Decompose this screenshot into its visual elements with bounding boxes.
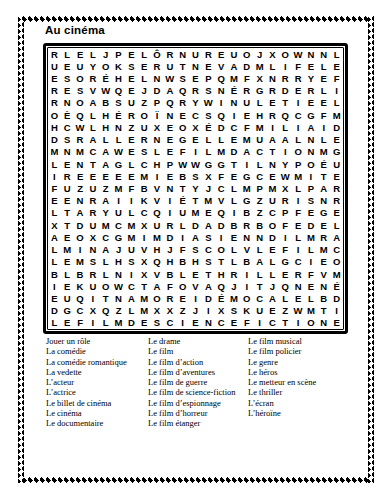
grid-cell: S: [228, 305, 241, 317]
grid-cell: E: [317, 97, 330, 109]
grid-cell: A: [202, 280, 215, 292]
grid-cell: X: [138, 256, 151, 268]
grid-cell: W: [189, 158, 202, 170]
grid-cell: N: [317, 280, 330, 292]
grid-cell: M: [61, 243, 74, 255]
grid-cell: T: [138, 280, 151, 292]
grid-cell: R: [240, 219, 253, 231]
grid-cell: T: [189, 195, 202, 207]
grid-cell: O: [240, 292, 253, 304]
grid-cell: M: [305, 305, 318, 317]
decorative-border-top: [18, 16, 374, 22]
grid-cell: U: [189, 48, 202, 60]
grid-cell: X: [189, 121, 202, 133]
word-item: Le film: [148, 346, 236, 356]
grid-cell: F: [305, 268, 318, 280]
grid-cell: C: [112, 219, 125, 231]
grid-cell: Q: [112, 85, 125, 97]
grid-cell: T: [317, 305, 330, 317]
grid-cell: R: [86, 72, 99, 84]
grid-cell: O: [176, 121, 189, 133]
grid-cell: Q: [215, 109, 228, 121]
grid-cell: É: [330, 280, 343, 292]
grid-cell: L: [48, 317, 61, 329]
grid-cell: J: [253, 48, 266, 60]
grid-cell: I: [279, 146, 292, 158]
grid-cell: G: [240, 170, 253, 182]
grid-cell: E: [330, 134, 343, 146]
grid-cell: S: [189, 170, 202, 182]
grid-cell: G: [317, 207, 330, 219]
grid-cell: E: [266, 243, 279, 255]
grid-cell: V: [86, 85, 99, 97]
grid-cell: D: [330, 121, 343, 133]
grid-cell: C: [138, 207, 151, 219]
grid-cell: N: [189, 60, 202, 72]
grid-cell: Q: [215, 280, 228, 292]
grid-cell: M: [138, 292, 151, 304]
grid-cell: R: [292, 72, 305, 84]
grid-cell: E: [48, 292, 61, 304]
grid-cell: D: [202, 292, 215, 304]
grid-cell: D: [266, 231, 279, 243]
grid-cell: I: [215, 97, 228, 109]
grid-cell: E: [163, 170, 176, 182]
grid-cell: L: [330, 48, 343, 60]
grid-cell: C: [61, 121, 74, 133]
grid-cell: H: [99, 109, 112, 121]
grid-cell: R: [86, 268, 99, 280]
grid-cell: L: [305, 292, 318, 304]
grid-cell: I: [215, 231, 228, 243]
grid-cell: E: [189, 268, 202, 280]
grid-cell: G: [112, 231, 125, 243]
grid-cell: N: [61, 146, 74, 158]
grid-cell: E: [138, 317, 151, 329]
grid-cell: I: [330, 85, 343, 97]
grid-cell: Z: [74, 182, 87, 194]
grid-cell: W: [279, 170, 292, 182]
grid-cell: A: [99, 146, 112, 158]
grid-cell: L: [228, 195, 241, 207]
grid-cell: E: [176, 292, 189, 304]
grid-cell: D: [215, 219, 228, 231]
grid-cell: Z: [279, 305, 292, 317]
grid-cell: B: [253, 219, 266, 231]
grid-cell: G: [253, 85, 266, 97]
grid-cell: L: [176, 219, 189, 231]
grid-cell: S: [202, 109, 215, 121]
grid-cell: N: [305, 48, 318, 60]
grid-cell: B: [99, 97, 112, 109]
grid-cell: L: [202, 146, 215, 158]
grid-cell: I: [189, 146, 202, 158]
word-item: Le cinéma: [46, 408, 127, 418]
word-item: Le film musical: [248, 336, 316, 346]
grid-cell: Y: [86, 60, 99, 72]
grid-cell: R: [330, 182, 343, 194]
grid-cell: I: [292, 243, 305, 255]
grid-cell: X: [202, 170, 215, 182]
grid-cell: F: [240, 317, 253, 329]
grid-cell: I: [279, 231, 292, 243]
grid-cell: L: [253, 268, 266, 280]
grid-cell: A: [48, 231, 61, 243]
grid-cell: A: [151, 280, 164, 292]
grid-cell: A: [240, 146, 253, 158]
grid-cell: C: [215, 317, 228, 329]
grid-cell: K: [240, 305, 253, 317]
grid-cell: O: [215, 243, 228, 255]
grid-cell: W: [112, 280, 125, 292]
grid-cell: N: [292, 280, 305, 292]
grid-cell: F: [317, 109, 330, 121]
grid-cell: L: [228, 256, 241, 268]
grid-cell: E: [138, 60, 151, 72]
grid-cell: S: [151, 317, 164, 329]
grid-cell: M: [99, 219, 112, 231]
word-item: La comédie romantique: [46, 357, 127, 367]
grid-cell: R: [266, 109, 279, 121]
grid-cell: L: [279, 121, 292, 133]
grid-cell: L: [61, 268, 74, 280]
grid-cell: I: [266, 121, 279, 133]
grid-cell: A: [99, 243, 112, 255]
grid-cell: V: [240, 243, 253, 255]
grid-cell: I: [163, 195, 176, 207]
grid-cell: U: [240, 97, 253, 109]
grid-cell: C: [215, 182, 228, 194]
grid-cell: A: [305, 121, 318, 133]
grid-cell: F: [240, 121, 253, 133]
grid-cell: U: [61, 292, 74, 304]
grid-cell: G: [240, 195, 253, 207]
grid-cell: N: [112, 292, 125, 304]
grid-cell: Q: [279, 109, 292, 121]
grid-cell: I: [240, 280, 253, 292]
grid-cell: E: [317, 219, 330, 231]
grid-cell: E: [48, 195, 61, 207]
grid-cell: P: [163, 158, 176, 170]
grid-cell: R: [279, 195, 292, 207]
grid-cell: R: [176, 97, 189, 109]
grid-cell: L: [317, 60, 330, 72]
word-list-column-3: Le film musicalLe film policierLe genreL…: [248, 336, 316, 418]
grid-cell: E: [125, 146, 138, 158]
grid-cell: N: [61, 97, 74, 109]
grid-cell: R: [228, 268, 241, 280]
grid-cell: R: [125, 109, 138, 121]
grid-cell: X: [279, 182, 292, 194]
grid-cell: Z: [112, 305, 125, 317]
grid-cell: L: [176, 268, 189, 280]
grid-cell: Z: [99, 182, 112, 194]
grid-cell: F: [163, 280, 176, 292]
grid-cell: C: [253, 146, 266, 158]
grid-cell: P: [292, 158, 305, 170]
grid-cell: N: [163, 109, 176, 121]
grid-cell: L: [253, 97, 266, 109]
grid-cell: E: [61, 85, 74, 97]
grid-cell: B: [138, 182, 151, 194]
grid-cell: O: [240, 48, 253, 60]
grid-cell: Z: [138, 97, 151, 109]
grid-cell: O: [74, 72, 87, 84]
grid-cell: B: [240, 256, 253, 268]
grid-cell: L: [48, 158, 61, 170]
grid-cell: P: [112, 48, 125, 60]
grid-cell: H: [151, 243, 164, 255]
grid-cell: Q: [163, 97, 176, 109]
grid-cell: M: [112, 317, 125, 329]
grid-cell: U: [125, 243, 138, 255]
grid-cell: L: [279, 292, 292, 304]
grid-cell: E: [61, 280, 74, 292]
grid-cell: C: [330, 243, 343, 255]
grid-cell: F: [74, 317, 87, 329]
grid-cell: D: [228, 146, 241, 158]
grid-cell: F: [279, 219, 292, 231]
grid-cell: E: [125, 48, 138, 60]
grid-cell: É: [228, 85, 241, 97]
grid-cell: Z: [125, 121, 138, 133]
grid-cell: Q: [151, 207, 164, 219]
grid-cell: M: [74, 146, 87, 158]
grid-cell: M: [48, 146, 61, 158]
grid-cell: W: [292, 48, 305, 60]
grid-cell: È: [61, 109, 74, 121]
word-item: Jouer un rôle: [46, 336, 127, 346]
grid-cell: U: [228, 48, 241, 60]
grid-cell: X: [48, 219, 61, 231]
grid-cell: E: [228, 317, 241, 329]
word-item: Le film de science-fiction: [148, 387, 236, 397]
grid-cell: Q: [151, 256, 164, 268]
grid-cell: I: [48, 280, 61, 292]
grid-cell: E: [163, 134, 176, 146]
grid-cell: A: [163, 85, 176, 97]
grid-cell: A: [86, 134, 99, 146]
grid-cell: B: [163, 268, 176, 280]
grid-cell: L: [317, 85, 330, 97]
grid-cell: E: [305, 97, 318, 109]
grid-cell: N: [317, 195, 330, 207]
grid-cell: L: [292, 134, 305, 146]
grid-cell: F: [215, 170, 228, 182]
word-item: L’acteur: [46, 377, 127, 387]
grid-cell: V: [138, 243, 151, 255]
grid-cell: H: [163, 256, 176, 268]
grid-cell: M: [253, 60, 266, 72]
grid-cell: E: [125, 170, 138, 182]
grid-cell: L: [266, 268, 279, 280]
word-search-grid-inner-border: RLELJPELÔRNUREUOJXOWNNLUEUYOKSERUTNEVADM…: [47, 47, 344, 330]
grid-cell: O: [99, 60, 112, 72]
grid-cell: D: [151, 85, 164, 97]
grid-cell: S: [189, 243, 202, 255]
grid-cell: S: [112, 97, 125, 109]
grid-cell: R: [74, 134, 87, 146]
grid-cell: A: [266, 134, 279, 146]
word-item: Le film d’action: [148, 357, 236, 367]
grid-cell: Z: [253, 195, 266, 207]
grid-cell: R: [86, 207, 99, 219]
grid-cell: I: [317, 121, 330, 133]
word-item: Le film de guerre: [148, 377, 236, 387]
grid-cell: L: [292, 182, 305, 194]
grid-cell: G: [215, 158, 228, 170]
grid-cell: M: [330, 109, 343, 121]
grid-cell: E: [330, 207, 343, 219]
grid-cell: S: [125, 60, 138, 72]
grid-cell: E: [125, 72, 138, 84]
grid-cell: O: [151, 292, 164, 304]
grid-cell: W: [292, 305, 305, 317]
grid-cell: E: [61, 317, 74, 329]
grid-cell: R: [266, 85, 279, 97]
grid-cell: D: [189, 219, 202, 231]
grid-cell: D: [48, 305, 61, 317]
grid-cell: T: [253, 280, 266, 292]
grid-cell: S: [305, 195, 318, 207]
grid-cell: J: [266, 280, 279, 292]
grid-cell: D: [279, 85, 292, 97]
grid-cell: L: [61, 48, 74, 60]
grid-cell: N: [215, 85, 228, 97]
grid-cell: L: [215, 134, 228, 146]
grid-cell: Y: [305, 72, 318, 84]
grid-cell: Q: [74, 292, 87, 304]
grid-cell: M: [125, 219, 138, 231]
grid-cell: R: [86, 195, 99, 207]
grid-cell: Q: [279, 280, 292, 292]
grid-cell: P: [253, 182, 266, 194]
grid-cell: R: [305, 85, 318, 97]
grid-cell: M: [253, 121, 266, 133]
grid-cell: U: [86, 219, 99, 231]
grid-cell: E: [176, 109, 189, 121]
grid-cell: F: [240, 72, 253, 84]
grid-cell: N: [163, 182, 176, 194]
word-item: Le film d’aventures: [148, 367, 236, 377]
grid-cell: E: [202, 207, 215, 219]
grid-cell: G: [61, 305, 74, 317]
grid-cell: L: [228, 243, 241, 255]
grid-cell: I: [163, 207, 176, 219]
grid-cell: L: [253, 158, 266, 170]
grid-cell: H: [48, 121, 61, 133]
grid-cell: B: [176, 170, 189, 182]
grid-cell: F: [176, 243, 189, 255]
grid-cell: E: [163, 121, 176, 133]
grid-cell: T: [61, 219, 74, 231]
grid-cell: S: [138, 146, 151, 158]
grid-cell: N: [253, 231, 266, 243]
grid-cell: X: [163, 305, 176, 317]
grid-cell: O: [99, 280, 112, 292]
grid-cell: G: [202, 158, 215, 170]
grid-cell: K: [138, 195, 151, 207]
word-item: Le film d’espionnage: [148, 398, 236, 408]
grid-cell: H: [112, 256, 125, 268]
grid-cell: D: [215, 121, 228, 133]
grid-cell: A: [99, 158, 112, 170]
grid-cell: Y: [279, 158, 292, 170]
grid-cell: U: [74, 60, 87, 72]
grid-cell: L: [125, 207, 138, 219]
grid-cell: M: [292, 170, 305, 182]
grid-cell: S: [202, 256, 215, 268]
grid-cell: C: [292, 109, 305, 121]
grid-cell: N: [228, 97, 241, 109]
grid-cell: J: [202, 182, 215, 194]
grid-cell: C: [253, 170, 266, 182]
grid-cell: I: [74, 243, 87, 255]
grid-cell: C: [163, 317, 176, 329]
grid-cell: T: [99, 292, 112, 304]
grid-cell: E: [266, 97, 279, 109]
grid-cell: G: [279, 256, 292, 268]
grid-cell: R: [163, 292, 176, 304]
grid-cell: A: [74, 207, 87, 219]
page-title: Au cinéma: [45, 24, 105, 36]
grid-cell: L: [99, 268, 112, 280]
grid-cell: C: [125, 280, 138, 292]
grid-cell: N: [266, 72, 279, 84]
grid-cell: U: [330, 158, 343, 170]
grid-cell: D: [48, 134, 61, 146]
grid-cell: U: [176, 207, 189, 219]
grid-cell: N: [112, 268, 125, 280]
decorative-border-right: [368, 16, 374, 483]
grid-cell: L: [125, 305, 138, 317]
grid-cell: G: [112, 158, 125, 170]
grid-cell: N: [112, 121, 125, 133]
grid-cell: U: [253, 134, 266, 146]
grid-cell: A: [317, 182, 330, 194]
grid-cell: F: [125, 182, 138, 194]
grid-cell: N: [305, 134, 318, 146]
grid-cell: X: [151, 305, 164, 317]
grid-cell: R: [138, 134, 151, 146]
grid-cell: Y: [99, 207, 112, 219]
grid-cell: S: [61, 72, 74, 84]
grid-cell: X: [266, 48, 279, 60]
grid-cell: T: [176, 60, 189, 72]
grid-cell: E: [305, 280, 318, 292]
grid-cell: É: [176, 195, 189, 207]
grid-cell: F: [176, 146, 189, 158]
grid-cell: L: [292, 231, 305, 243]
grid-cell: C: [189, 109, 202, 121]
grid-cell: Q: [176, 85, 189, 97]
grid-cell: U: [86, 280, 99, 292]
grid-cell: E: [266, 170, 279, 182]
grid-cell: I: [253, 317, 266, 329]
grid-cell: I: [48, 170, 61, 182]
grid-cell: E: [279, 268, 292, 280]
grid-cell: E: [61, 256, 74, 268]
grid-cell: A: [99, 195, 112, 207]
grid-cell: D: [330, 292, 343, 304]
grid-cell: N: [86, 243, 99, 255]
grid-cell: C: [266, 317, 279, 329]
grid-cell: G: [176, 134, 189, 146]
grid-cell: E: [228, 134, 241, 146]
grid-cell: A: [125, 292, 138, 304]
grid-cell: J: [138, 85, 151, 97]
grid-cell: E: [215, 48, 228, 60]
